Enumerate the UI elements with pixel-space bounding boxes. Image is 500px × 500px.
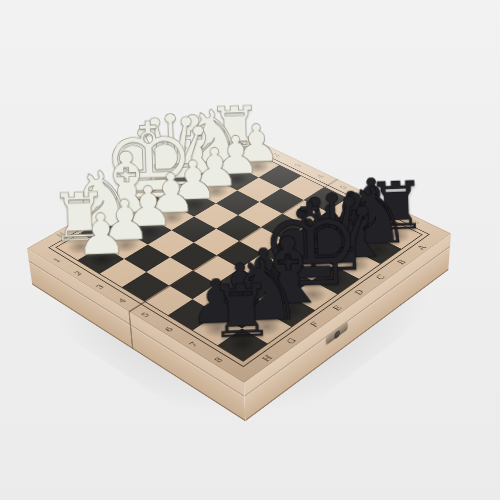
rook-glyph: ♜ bbox=[169, 273, 315, 351]
clasp-knob bbox=[334, 329, 340, 340]
scene-tilt: 11AA22BB33CC44DD55EE66FF77GG88HH ♜♞♝♛♚♝♞… bbox=[0, 0, 500, 500]
fold-notch bbox=[128, 311, 133, 349]
chess-board-box: 11AA22BB33CC44DD55EE66FF77GG88HH ♜♞♝♛♚♝♞… bbox=[27, 130, 451, 383]
pawn-glyph: ♟ bbox=[34, 204, 168, 265]
product-photo-scene: 11AA22BB33CC44DD55EE66FF77GG88HH ♜♞♝♛♚♝♞… bbox=[0, 0, 500, 500]
